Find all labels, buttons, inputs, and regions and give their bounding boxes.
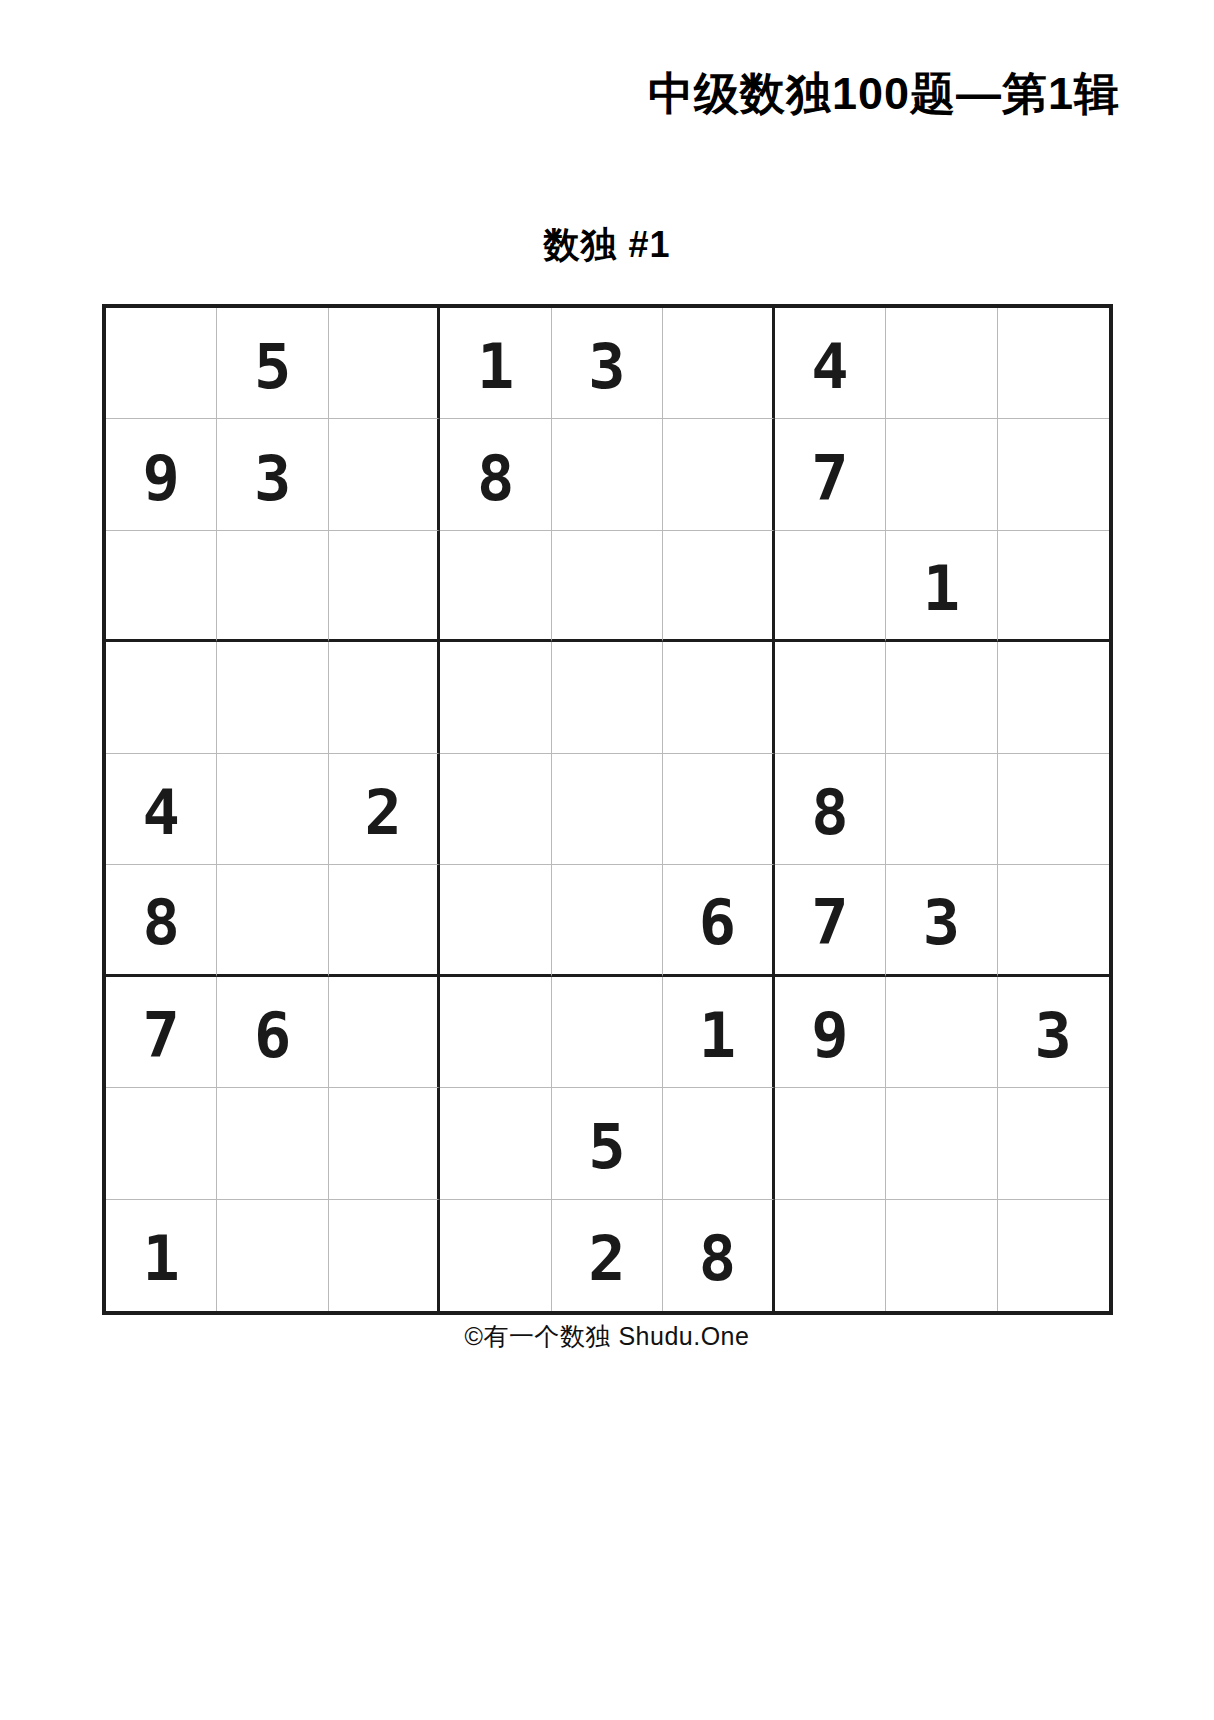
cell-r1c3 bbox=[329, 308, 440, 419]
cell-r8c7 bbox=[775, 1088, 886, 1199]
cell-r9c3 bbox=[329, 1200, 440, 1311]
cell-r8c9 bbox=[998, 1088, 1109, 1199]
cell-r6c2 bbox=[217, 865, 328, 976]
cell-r2c5 bbox=[552, 419, 663, 530]
cell-r4c2 bbox=[217, 642, 328, 753]
cell-r1c7: 4 bbox=[775, 308, 886, 419]
cell-r7c6: 1 bbox=[663, 977, 774, 1088]
booklet-title: 中级数独100题—第1辑 bbox=[648, 64, 1120, 124]
cell-r8c6 bbox=[663, 1088, 774, 1199]
cell-r4c5 bbox=[552, 642, 663, 753]
cell-r1c2: 5 bbox=[217, 308, 328, 419]
cell-r3c2 bbox=[217, 531, 328, 642]
cell-r2c6 bbox=[663, 419, 774, 530]
cell-r1c6 bbox=[663, 308, 774, 419]
cell-r5c6 bbox=[663, 754, 774, 865]
cell-r4c1 bbox=[106, 642, 217, 753]
cell-r5c3: 2 bbox=[329, 754, 440, 865]
cell-r9c1: 1 bbox=[106, 1200, 217, 1311]
cell-r8c1 bbox=[106, 1088, 217, 1199]
cell-r1c9 bbox=[998, 308, 1109, 419]
cell-r6c4 bbox=[440, 865, 551, 976]
cell-r3c7 bbox=[775, 531, 886, 642]
cell-r9c2 bbox=[217, 1200, 328, 1311]
cell-r9c8 bbox=[886, 1200, 997, 1311]
cell-r2c7: 7 bbox=[775, 419, 886, 530]
cell-r8c4 bbox=[440, 1088, 551, 1199]
cell-r4c3 bbox=[329, 642, 440, 753]
cell-r9c4 bbox=[440, 1200, 551, 1311]
cell-r5c9 bbox=[998, 754, 1109, 865]
cell-r7c9: 3 bbox=[998, 977, 1109, 1088]
cell-r1c1 bbox=[106, 308, 217, 419]
cell-r1c8 bbox=[886, 308, 997, 419]
cell-r2c3 bbox=[329, 419, 440, 530]
cell-r7c1: 7 bbox=[106, 977, 217, 1088]
cell-r5c5 bbox=[552, 754, 663, 865]
cell-r6c3 bbox=[329, 865, 440, 976]
cell-r4c6 bbox=[663, 642, 774, 753]
cell-r8c3 bbox=[329, 1088, 440, 1199]
cell-r4c7 bbox=[775, 642, 886, 753]
cell-r7c8 bbox=[886, 977, 997, 1088]
cell-r5c8 bbox=[886, 754, 997, 865]
cell-r4c4 bbox=[440, 642, 551, 753]
cell-r2c2: 3 bbox=[217, 419, 328, 530]
cell-r2c8 bbox=[886, 419, 997, 530]
cell-r8c2 bbox=[217, 1088, 328, 1199]
cell-r3c8: 1 bbox=[886, 531, 997, 642]
cell-r4c9 bbox=[998, 642, 1109, 753]
cell-r7c5 bbox=[552, 977, 663, 1088]
copyright-credit: ©有一个数独 Shudu.One bbox=[0, 1320, 1214, 1353]
cell-r6c8: 3 bbox=[886, 865, 997, 976]
cell-r8c5: 5 bbox=[552, 1088, 663, 1199]
cell-r7c7: 9 bbox=[775, 977, 886, 1088]
cell-r1c5: 3 bbox=[552, 308, 663, 419]
cell-r7c2: 6 bbox=[217, 977, 328, 1088]
cell-r3c9 bbox=[998, 531, 1109, 642]
cell-r3c1 bbox=[106, 531, 217, 642]
sudoku-board: 5134938714288673761935128 bbox=[102, 304, 1113, 1315]
cell-r6c1: 8 bbox=[106, 865, 217, 976]
cell-r7c3 bbox=[329, 977, 440, 1088]
cell-r6c5 bbox=[552, 865, 663, 976]
cell-r3c4 bbox=[440, 531, 551, 642]
cell-r2c9 bbox=[998, 419, 1109, 530]
cell-r3c5 bbox=[552, 531, 663, 642]
cell-r7c4 bbox=[440, 977, 551, 1088]
cell-r9c7 bbox=[775, 1200, 886, 1311]
cell-r5c2 bbox=[217, 754, 328, 865]
cell-r9c9 bbox=[998, 1200, 1109, 1311]
cell-r3c6 bbox=[663, 531, 774, 642]
cell-r5c7: 8 bbox=[775, 754, 886, 865]
cell-r2c4: 8 bbox=[440, 419, 551, 530]
cell-r5c1: 4 bbox=[106, 754, 217, 865]
cell-r2c1: 9 bbox=[106, 419, 217, 530]
cell-r6c9 bbox=[998, 865, 1109, 976]
cell-r1c4: 1 bbox=[440, 308, 551, 419]
cell-r6c6: 6 bbox=[663, 865, 774, 976]
cell-r4c8 bbox=[886, 642, 997, 753]
cell-r9c5: 2 bbox=[552, 1200, 663, 1311]
cell-r8c8 bbox=[886, 1088, 997, 1199]
cell-r9c6: 8 bbox=[663, 1200, 774, 1311]
puzzle-title: 数独 #1 bbox=[0, 221, 1214, 270]
cell-r3c3 bbox=[329, 531, 440, 642]
cell-r5c4 bbox=[440, 754, 551, 865]
cell-r6c7: 7 bbox=[775, 865, 886, 976]
